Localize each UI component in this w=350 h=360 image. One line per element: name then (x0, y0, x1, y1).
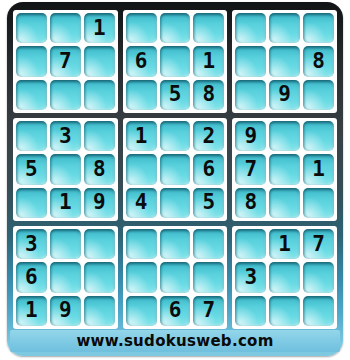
cell-r6c2[interactable]: 1 (50, 188, 81, 218)
cell-r7c8[interactable]: 1 (269, 229, 300, 259)
cell-r3c2[interactable] (50, 80, 81, 110)
cell-r4c9[interactable] (303, 121, 334, 151)
cell-r4c7[interactable]: 9 (235, 121, 266, 151)
board-frame: 1761588935819126459718361967173 www.sudo… (7, 2, 343, 356)
cell-r1c3[interactable]: 1 (84, 13, 115, 43)
cell-r7c3[interactable] (84, 229, 115, 259)
cell-r1c8[interactable] (269, 13, 300, 43)
cell-r2c8[interactable] (269, 46, 300, 76)
cell-r3c7[interactable] (235, 80, 266, 110)
cell-r8c1[interactable]: 6 (16, 262, 47, 292)
cell-r7c7[interactable] (235, 229, 266, 259)
sudoku-board: 1761588935819126459718361967173 (13, 10, 337, 329)
cell-r6c1[interactable] (16, 188, 47, 218)
cell-r5c1[interactable]: 5 (16, 154, 47, 184)
cell-r2c5[interactable] (160, 46, 191, 76)
cell-r5c5[interactable] (160, 154, 191, 184)
cell-r3c5[interactable]: 5 (160, 80, 191, 110)
cell-r3c6[interactable]: 8 (193, 80, 224, 110)
cell-r4c4[interactable]: 1 (126, 121, 157, 151)
cell-r1c2[interactable] (50, 13, 81, 43)
cell-r2c3[interactable] (84, 46, 115, 76)
cell-r9c5[interactable]: 6 (160, 296, 191, 326)
box-2-2: 12645 (123, 118, 228, 221)
cell-r6c8[interactable] (269, 188, 300, 218)
cell-r7c5[interactable] (160, 229, 191, 259)
cell-r8c6[interactable] (193, 262, 224, 292)
cell-r7c9[interactable]: 7 (303, 229, 334, 259)
cell-r9c4[interactable] (126, 296, 157, 326)
box-1-2: 6158 (123, 10, 228, 113)
cell-r8c5[interactable] (160, 262, 191, 292)
cell-r5c2[interactable] (50, 154, 81, 184)
cell-r7c6[interactable] (193, 229, 224, 259)
cell-r1c6[interactable] (193, 13, 224, 43)
cell-r5c3[interactable]: 8 (84, 154, 115, 184)
cell-r1c4[interactable] (126, 13, 157, 43)
cell-r4c8[interactable] (269, 121, 300, 151)
sudoku-page: 1761588935819126459718361967173 www.sudo… (0, 0, 350, 360)
box-3-1: 3619 (13, 226, 118, 329)
box-3-2: 67 (123, 226, 228, 329)
cell-r6c5[interactable] (160, 188, 191, 218)
cell-r6c3[interactable]: 9 (84, 188, 115, 218)
cell-r6c4[interactable]: 4 (126, 188, 157, 218)
cell-r8c8[interactable] (269, 262, 300, 292)
cell-r5c6[interactable]: 6 (193, 154, 224, 184)
cell-r4c6[interactable]: 2 (193, 121, 224, 151)
cell-r2c4[interactable]: 6 (126, 46, 157, 76)
footer-band: www.sudokusweb.com (10, 330, 340, 352)
cell-r7c4[interactable] (126, 229, 157, 259)
cell-r1c5[interactable] (160, 13, 191, 43)
box-3-3: 173 (232, 226, 337, 329)
cell-r4c3[interactable] (84, 121, 115, 151)
cell-r3c1[interactable] (16, 80, 47, 110)
cell-r2c6[interactable]: 1 (193, 46, 224, 76)
cell-r4c1[interactable] (16, 121, 47, 151)
cell-r9c1[interactable]: 1 (16, 296, 47, 326)
cell-r2c2[interactable]: 7 (50, 46, 81, 76)
cell-r1c1[interactable] (16, 13, 47, 43)
cell-r3c9[interactable] (303, 80, 334, 110)
cell-r9c8[interactable] (269, 296, 300, 326)
cell-r3c4[interactable] (126, 80, 157, 110)
cell-r5c8[interactable] (269, 154, 300, 184)
cell-r9c7[interactable] (235, 296, 266, 326)
cell-r5c7[interactable]: 7 (235, 154, 266, 184)
cell-r4c2[interactable]: 3 (50, 121, 81, 151)
cell-r9c6[interactable]: 7 (193, 296, 224, 326)
cell-r9c2[interactable]: 9 (50, 296, 81, 326)
cell-r5c4[interactable] (126, 154, 157, 184)
cell-r8c9[interactable] (303, 262, 334, 292)
cell-r3c3[interactable] (84, 80, 115, 110)
cell-r1c9[interactable] (303, 13, 334, 43)
cell-r9c9[interactable] (303, 296, 334, 326)
cell-r6c6[interactable]: 5 (193, 188, 224, 218)
cell-r8c7[interactable]: 3 (235, 262, 266, 292)
cell-r2c9[interactable]: 8 (303, 46, 334, 76)
site-url[interactable]: www.sudokusweb.com (76, 332, 273, 350)
cell-r7c1[interactable]: 3 (16, 229, 47, 259)
box-1-3: 89 (232, 10, 337, 113)
cell-r7c2[interactable] (50, 229, 81, 259)
cell-r8c2[interactable] (50, 262, 81, 292)
cell-r9c3[interactable] (84, 296, 115, 326)
box-1-1: 17 (13, 10, 118, 113)
cell-r1c7[interactable] (235, 13, 266, 43)
cell-r2c1[interactable] (16, 46, 47, 76)
cell-r5c9[interactable]: 1 (303, 154, 334, 184)
box-2-3: 9718 (232, 118, 337, 221)
cell-r8c3[interactable] (84, 262, 115, 292)
box-2-1: 35819 (13, 118, 118, 221)
cell-r3c8[interactable]: 9 (269, 80, 300, 110)
cell-r6c7[interactable]: 8 (235, 188, 266, 218)
cell-r8c4[interactable] (126, 262, 157, 292)
cell-r2c7[interactable] (235, 46, 266, 76)
cell-r4c5[interactable] (160, 121, 191, 151)
cell-r6c9[interactable] (303, 188, 334, 218)
